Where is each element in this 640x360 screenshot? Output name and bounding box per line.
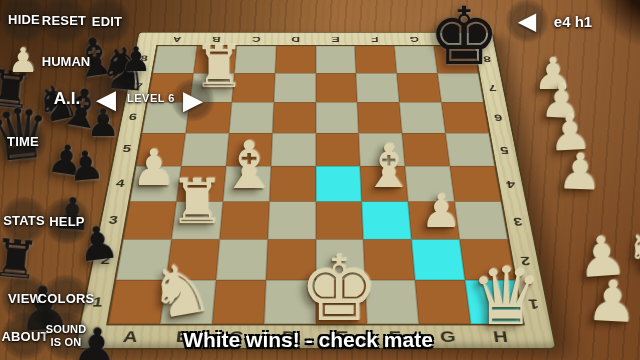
time-label: TIME (7, 134, 39, 149)
history-back-arrow[interactable]: ◀ (518, 7, 536, 35)
square-c1[interactable] (212, 280, 266, 324)
player-black-label: A.I. (54, 89, 80, 109)
file-label-top-E: E (316, 33, 356, 46)
hide-label: HIDE (8, 12, 40, 27)
file-label-top-D: D (276, 33, 316, 46)
reset-label: RESET (42, 13, 86, 28)
square-d7[interactable] (274, 73, 316, 102)
edit-label: EDIT (92, 14, 122, 29)
piece-white-bishop-f4[interactable]: ♝ (362, 136, 416, 196)
ai-level-prev-arrow[interactable]: ◀ (96, 84, 116, 114)
captured-black-pawn-3: ♟ (121, 42, 151, 76)
file-label-top-A: A (156, 33, 198, 46)
square-d6[interactable] (272, 102, 315, 133)
piece-white-bishop-c4[interactable]: ♝ (219, 133, 278, 199)
square-d3[interactable] (267, 202, 315, 240)
square-a8[interactable] (153, 46, 197, 73)
square-e3[interactable] (316, 202, 364, 240)
piece-white-knight-b1[interactable]: ♞ (143, 251, 217, 331)
time-button[interactable]: TIME (0, 117, 47, 165)
stats-button[interactable]: STATS (0, 196, 48, 244)
square-e6[interactable] (316, 102, 359, 133)
ai-level-label: LEVEL 6 (127, 92, 175, 104)
piece-white-pawn-g3[interactable]: ♟ (420, 188, 461, 234)
colors-label: COLORS (38, 291, 95, 306)
last-move-label: e4 h1 (554, 13, 592, 30)
square-d8[interactable] (275, 46, 316, 73)
square-e4[interactable] (316, 166, 362, 201)
help-button[interactable]: HELP (43, 197, 91, 245)
sound-label-line2: IS ON (51, 336, 82, 349)
file-label-top-F: F (355, 33, 395, 46)
square-g2[interactable] (412, 239, 465, 280)
square-g1[interactable] (415, 280, 471, 324)
player-white-label: HUMAN (42, 54, 90, 69)
square-c2[interactable] (216, 239, 268, 280)
ai-level-next-arrow[interactable]: ▶ (183, 85, 203, 115)
sound-button[interactable]: SOUND IS ON (42, 312, 90, 360)
piece-black-king-h8[interactable]: ♚ (428, 0, 500, 77)
square-h6[interactable] (441, 102, 488, 133)
square-f3[interactable] (362, 202, 412, 240)
square-c3[interactable] (219, 202, 269, 240)
piece-white-king-e1[interactable]: ♚ (299, 244, 380, 334)
square-f8[interactable] (355, 46, 397, 73)
captured-white-pawn-3: ♟ (557, 146, 604, 198)
help-label: HELP (49, 214, 84, 229)
square-f7[interactable] (356, 73, 399, 102)
square-f6[interactable] (357, 102, 402, 133)
piece-white-rook-b3[interactable]: ♜ (169, 171, 225, 233)
status-banner: White wins! - check mate (183, 328, 433, 352)
square-h5[interactable] (446, 133, 495, 166)
piece-white-queen-h1[interactable]: ♛ (470, 257, 542, 337)
square-e7[interactable] (316, 73, 358, 102)
square-e5[interactable] (316, 133, 361, 166)
square-g6[interactable] (399, 102, 445, 133)
stats-label: STATS (3, 213, 45, 228)
square-e8[interactable] (316, 46, 357, 73)
square-h3[interactable] (455, 202, 508, 240)
sound-label-line1: SOUND (46, 323, 87, 336)
white-pawn-icon: ♟ (8, 43, 38, 77)
captured-black-pawn-9: ♟ (66, 144, 105, 187)
